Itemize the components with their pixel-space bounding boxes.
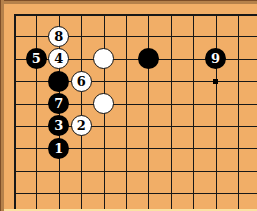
intersection <box>160 70 182 92</box>
intersection <box>160 182 182 204</box>
intersection <box>204 70 226 92</box>
intersection <box>227 160 249 182</box>
intersection <box>70 48 92 70</box>
move-number-label: 8 <box>54 30 63 43</box>
intersection <box>249 70 257 92</box>
intersection <box>92 48 114 70</box>
intersection <box>182 92 204 114</box>
intersection <box>227 137 249 159</box>
intersection <box>70 160 92 182</box>
intersection <box>249 160 257 182</box>
intersection <box>48 182 70 204</box>
intersection <box>227 182 249 204</box>
move-number-label: 9 <box>211 52 220 65</box>
intersection <box>249 115 257 137</box>
intersection <box>204 92 226 114</box>
intersection <box>115 3 137 25</box>
intersection <box>137 115 159 137</box>
intersection <box>25 160 47 182</box>
intersection <box>137 70 159 92</box>
intersection <box>182 115 204 137</box>
frame-band-left <box>0 0 4 211</box>
intersection <box>160 48 182 70</box>
intersection <box>182 182 204 204</box>
intersection <box>182 160 204 182</box>
intersection <box>115 137 137 159</box>
intersection <box>182 70 204 92</box>
intersection <box>92 137 114 159</box>
intersection <box>249 3 257 25</box>
intersection <box>25 137 47 159</box>
intersection <box>3 160 25 182</box>
intersection <box>3 115 25 137</box>
intersection <box>182 25 204 47</box>
intersection <box>70 137 92 159</box>
intersection <box>204 115 226 137</box>
intersection <box>48 160 70 182</box>
intersection <box>160 160 182 182</box>
intersection <box>115 92 137 114</box>
black-stone <box>48 71 69 92</box>
intersection <box>3 3 25 25</box>
white-stone <box>93 93 114 114</box>
intersection <box>92 182 114 204</box>
intersection <box>92 70 114 92</box>
intersection <box>160 25 182 47</box>
intersection <box>70 3 92 25</box>
intersection <box>137 137 159 159</box>
intersection <box>249 182 257 204</box>
intersection <box>160 137 182 159</box>
star-point-marker <box>213 79 218 84</box>
intersection: 2 <box>70 115 92 137</box>
intersection <box>70 92 92 114</box>
intersection: 3 <box>48 115 70 137</box>
intersection <box>249 92 257 114</box>
intersection <box>25 92 47 114</box>
white-stone-move-8: 8 <box>48 26 69 47</box>
intersection <box>137 25 159 47</box>
black-stone-move-1: 1 <box>48 138 69 159</box>
intersection <box>3 25 25 47</box>
intersection <box>137 92 159 114</box>
intersection: 4 <box>48 48 70 70</box>
intersection <box>182 137 204 159</box>
intersection <box>204 25 226 47</box>
intersection <box>160 115 182 137</box>
intersection <box>227 92 249 114</box>
intersection <box>137 182 159 204</box>
intersection: 1 <box>48 137 70 159</box>
move-number-label: 3 <box>54 119 63 132</box>
intersection <box>182 3 204 25</box>
white-stone-move-2: 2 <box>71 115 92 136</box>
intersection <box>160 92 182 114</box>
intersection <box>92 92 114 114</box>
intersection <box>160 3 182 25</box>
intersection <box>3 137 25 159</box>
intersection <box>115 48 137 70</box>
move-number-label: 2 <box>77 119 86 132</box>
intersection <box>227 3 249 25</box>
black-stone-move-9: 9 <box>205 48 226 69</box>
black-stone <box>138 48 159 69</box>
intersection <box>204 182 226 204</box>
intersection <box>92 160 114 182</box>
intersection <box>70 182 92 204</box>
intersection: 9 <box>204 48 226 70</box>
intersection <box>25 3 47 25</box>
intersection <box>92 115 114 137</box>
board-grid: 854967321 <box>3 3 257 211</box>
black-stone-move-5: 5 <box>26 48 47 69</box>
intersection <box>115 70 137 92</box>
frame-edge-bottom <box>3 209 257 211</box>
intersection <box>227 25 249 47</box>
intersection <box>227 48 249 70</box>
intersection <box>3 48 25 70</box>
black-stone-move-3: 3 <box>48 115 69 136</box>
intersection <box>3 92 25 114</box>
intersection <box>204 160 226 182</box>
intersection <box>25 70 47 92</box>
intersection <box>137 3 159 25</box>
intersection <box>137 160 159 182</box>
intersection <box>92 25 114 47</box>
intersection: 5 <box>25 48 47 70</box>
white-stone-move-6: 6 <box>71 71 92 92</box>
intersection <box>70 25 92 47</box>
move-number-label: 6 <box>77 75 86 88</box>
move-number-label: 4 <box>54 52 63 65</box>
intersection <box>249 137 257 159</box>
intersection <box>227 115 249 137</box>
intersection <box>3 70 25 92</box>
intersection <box>48 70 70 92</box>
intersection <box>115 182 137 204</box>
intersection <box>25 25 47 47</box>
white-stone <box>93 48 114 69</box>
intersection <box>204 3 226 25</box>
intersection <box>25 182 47 204</box>
intersection <box>182 48 204 70</box>
go-board-diagram: 854967321 <box>0 0 257 211</box>
intersection <box>204 137 226 159</box>
intersection <box>249 25 257 47</box>
intersection <box>227 70 249 92</box>
move-number-label: 5 <box>32 52 41 65</box>
frame-band-top <box>0 0 257 4</box>
white-stone-move-4: 4 <box>48 48 69 69</box>
intersection <box>115 25 137 47</box>
intersection: 8 <box>48 25 70 47</box>
intersection <box>3 182 25 204</box>
intersection <box>25 115 47 137</box>
intersection: 6 <box>70 70 92 92</box>
intersection <box>92 3 114 25</box>
intersection <box>48 3 70 25</box>
black-stone-move-7: 7 <box>48 93 69 114</box>
intersection <box>115 160 137 182</box>
move-number-label: 7 <box>54 97 63 110</box>
intersection <box>249 48 257 70</box>
intersection: 7 <box>48 92 70 114</box>
intersection <box>137 48 159 70</box>
intersection <box>115 115 137 137</box>
move-number-label: 1 <box>54 142 63 155</box>
